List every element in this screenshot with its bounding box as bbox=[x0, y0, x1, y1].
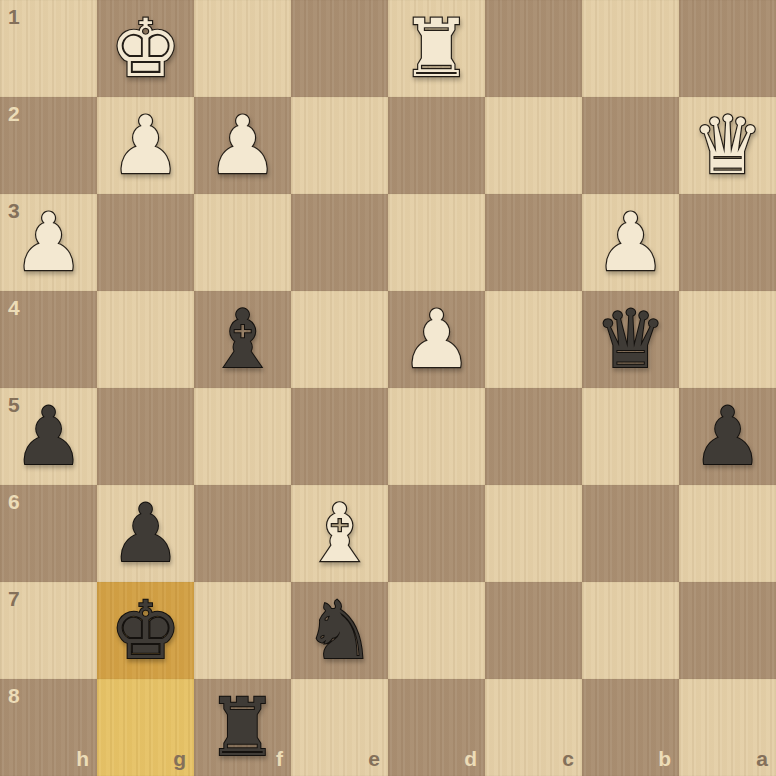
square-d1[interactable]: ♜ bbox=[388, 0, 485, 97]
rank-label-5: 5 bbox=[8, 393, 20, 417]
square-h6[interactable]: 6 bbox=[0, 485, 97, 582]
file-label-c: c bbox=[562, 747, 574, 771]
file-label-d: d bbox=[464, 747, 477, 771]
square-d3[interactable] bbox=[388, 194, 485, 291]
square-a6[interactable] bbox=[679, 485, 776, 582]
square-d2[interactable] bbox=[388, 97, 485, 194]
square-e7[interactable]: ♞ bbox=[291, 582, 388, 679]
square-b4[interactable]: ♛ bbox=[582, 291, 679, 388]
rank-label-3: 3 bbox=[8, 199, 20, 223]
rank-label-8: 8 bbox=[8, 684, 20, 708]
square-f3[interactable] bbox=[194, 194, 291, 291]
chess-board: 1♚♜2♟♟♛3♟♟4♝♟♛5♟♟6♟♝7♚♞8hgf♜edcba bbox=[0, 0, 776, 776]
file-label-b: b bbox=[658, 747, 671, 771]
piece-black-queen[interactable]: ♛ bbox=[582, 291, 679, 388]
piece-white-pawn[interactable]: ♟ bbox=[194, 97, 291, 194]
square-g4[interactable] bbox=[97, 291, 194, 388]
square-a5[interactable]: ♟ bbox=[679, 388, 776, 485]
square-d6[interactable] bbox=[388, 485, 485, 582]
file-label-e: e bbox=[368, 747, 380, 771]
piece-white-pawn[interactable]: ♟ bbox=[97, 97, 194, 194]
piece-black-bishop[interactable]: ♝ bbox=[194, 291, 291, 388]
square-e5[interactable] bbox=[291, 388, 388, 485]
square-c2[interactable] bbox=[485, 97, 582, 194]
file-label-g: g bbox=[173, 747, 186, 771]
file-label-f: f bbox=[276, 747, 283, 771]
piece-black-king[interactable]: ♚ bbox=[97, 582, 194, 679]
square-e3[interactable] bbox=[291, 194, 388, 291]
square-f4[interactable]: ♝ bbox=[194, 291, 291, 388]
square-g3[interactable] bbox=[97, 194, 194, 291]
piece-black-pawn[interactable]: ♟ bbox=[97, 485, 194, 582]
square-c5[interactable] bbox=[485, 388, 582, 485]
file-label-a: a bbox=[756, 747, 768, 771]
square-b5[interactable] bbox=[582, 388, 679, 485]
piece-black-pawn[interactable]: ♟ bbox=[679, 388, 776, 485]
square-g7[interactable]: ♚ bbox=[97, 582, 194, 679]
square-f6[interactable] bbox=[194, 485, 291, 582]
square-h3[interactable]: 3♟ bbox=[0, 194, 97, 291]
square-c7[interactable] bbox=[485, 582, 582, 679]
square-h4[interactable]: 4 bbox=[0, 291, 97, 388]
square-b7[interactable] bbox=[582, 582, 679, 679]
square-g2[interactable]: ♟ bbox=[97, 97, 194, 194]
square-b6[interactable] bbox=[582, 485, 679, 582]
square-h5[interactable]: 5♟ bbox=[0, 388, 97, 485]
rank-label-6: 6 bbox=[8, 490, 20, 514]
piece-black-knight[interactable]: ♞ bbox=[291, 582, 388, 679]
piece-white-pawn[interactable]: ♟ bbox=[388, 291, 485, 388]
rank-label-4: 4 bbox=[8, 296, 20, 320]
piece-white-queen[interactable]: ♛ bbox=[679, 97, 776, 194]
square-b1[interactable] bbox=[582, 0, 679, 97]
square-f1[interactable] bbox=[194, 0, 291, 97]
square-f5[interactable] bbox=[194, 388, 291, 485]
square-h2[interactable]: 2 bbox=[0, 97, 97, 194]
square-c3[interactable] bbox=[485, 194, 582, 291]
square-d5[interactable] bbox=[388, 388, 485, 485]
square-f8[interactable]: f♜ bbox=[194, 679, 291, 776]
piece-white-king[interactable]: ♚ bbox=[97, 0, 194, 97]
square-h8[interactable]: 8h bbox=[0, 679, 97, 776]
square-a7[interactable] bbox=[679, 582, 776, 679]
square-e6[interactable]: ♝ bbox=[291, 485, 388, 582]
square-g1[interactable]: ♚ bbox=[97, 0, 194, 97]
square-a3[interactable] bbox=[679, 194, 776, 291]
piece-white-bishop[interactable]: ♝ bbox=[291, 485, 388, 582]
square-f7[interactable] bbox=[194, 582, 291, 679]
square-g6[interactable]: ♟ bbox=[97, 485, 194, 582]
square-g8[interactable]: g bbox=[97, 679, 194, 776]
square-c8[interactable]: c bbox=[485, 679, 582, 776]
square-d8[interactable]: d bbox=[388, 679, 485, 776]
square-g5[interactable] bbox=[97, 388, 194, 485]
square-f2[interactable]: ♟ bbox=[194, 97, 291, 194]
rank-label-1: 1 bbox=[8, 5, 20, 29]
square-a4[interactable] bbox=[679, 291, 776, 388]
square-e4[interactable] bbox=[291, 291, 388, 388]
square-e8[interactable]: e bbox=[291, 679, 388, 776]
square-b8[interactable]: b bbox=[582, 679, 679, 776]
square-b3[interactable]: ♟ bbox=[582, 194, 679, 291]
square-c1[interactable] bbox=[485, 0, 582, 97]
square-d4[interactable]: ♟ bbox=[388, 291, 485, 388]
square-h1[interactable]: 1 bbox=[0, 0, 97, 97]
square-c4[interactable] bbox=[485, 291, 582, 388]
square-a1[interactable] bbox=[679, 0, 776, 97]
square-a2[interactable]: ♛ bbox=[679, 97, 776, 194]
piece-white-pawn[interactable]: ♟ bbox=[582, 194, 679, 291]
square-a8[interactable]: a bbox=[679, 679, 776, 776]
square-e1[interactable] bbox=[291, 0, 388, 97]
rank-label-2: 2 bbox=[8, 102, 20, 126]
square-c6[interactable] bbox=[485, 485, 582, 582]
square-d7[interactable] bbox=[388, 582, 485, 679]
square-e2[interactable] bbox=[291, 97, 388, 194]
rank-label-7: 7 bbox=[8, 587, 20, 611]
file-label-h: h bbox=[76, 747, 89, 771]
square-h7[interactable]: 7 bbox=[0, 582, 97, 679]
piece-white-rook[interactable]: ♜ bbox=[388, 0, 485, 97]
square-b2[interactable] bbox=[582, 97, 679, 194]
